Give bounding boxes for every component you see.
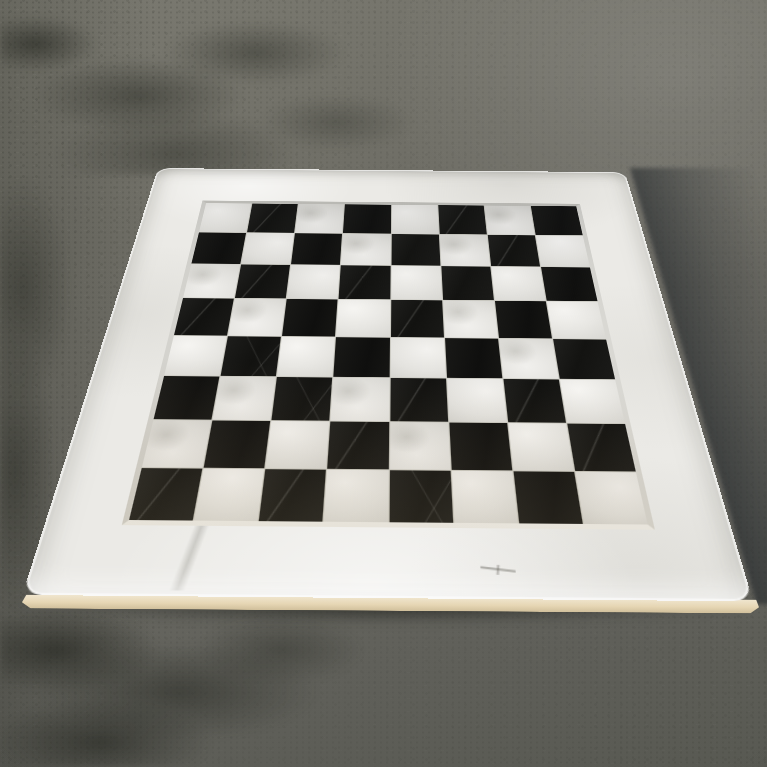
scene xyxy=(0,0,767,767)
square-g5[interactable] xyxy=(495,301,552,338)
square-f6[interactable] xyxy=(441,266,494,300)
square-a1[interactable] xyxy=(129,468,202,521)
square-h3[interactable] xyxy=(560,379,625,423)
inner-bevel xyxy=(122,201,655,530)
square-e7[interactable] xyxy=(391,234,440,266)
square-f5[interactable] xyxy=(443,301,498,338)
square-a5[interactable] xyxy=(174,298,234,335)
square-a3[interactable] xyxy=(154,376,220,420)
square-f8[interactable] xyxy=(438,205,487,234)
square-c7[interactable] xyxy=(291,233,342,265)
square-b5[interactable] xyxy=(228,299,286,336)
square-a2[interactable] xyxy=(142,420,211,468)
square-e4[interactable] xyxy=(390,337,445,377)
square-g6[interactable] xyxy=(491,267,546,301)
square-c8[interactable] xyxy=(295,204,344,233)
square-g2[interactable] xyxy=(508,423,574,471)
square-c6[interactable] xyxy=(287,265,340,299)
square-g3[interactable] xyxy=(503,379,566,423)
square-h7[interactable] xyxy=(536,235,590,267)
square-d8[interactable] xyxy=(343,204,390,233)
square-e2[interactable] xyxy=(389,422,450,470)
square-a8[interactable] xyxy=(199,203,252,232)
square-f2[interactable] xyxy=(449,422,512,470)
square-h1[interactable] xyxy=(575,472,648,525)
square-c2[interactable] xyxy=(266,421,330,469)
square-e1[interactable] xyxy=(389,470,453,523)
square-e5[interactable] xyxy=(391,300,444,337)
square-e6[interactable] xyxy=(391,266,442,300)
square-g7[interactable] xyxy=(488,235,540,267)
square-a6[interactable] xyxy=(183,264,240,298)
square-h4[interactable] xyxy=(553,339,615,379)
square-e8[interactable] xyxy=(391,205,438,234)
square-h5[interactable] xyxy=(547,302,606,339)
square-f4[interactable] xyxy=(445,338,502,378)
square-g8[interactable] xyxy=(484,206,534,235)
square-b2[interactable] xyxy=(204,420,271,468)
square-d4[interactable] xyxy=(334,337,390,377)
square-b7[interactable] xyxy=(241,233,294,264)
square-a7[interactable] xyxy=(191,233,246,264)
square-c3[interactable] xyxy=(272,377,333,421)
square-a4[interactable] xyxy=(164,335,227,375)
square-f7[interactable] xyxy=(439,235,490,267)
square-e3[interactable] xyxy=(390,378,448,422)
square-c1[interactable] xyxy=(259,469,326,522)
square-g1[interactable] xyxy=(513,471,582,524)
square-d1[interactable] xyxy=(324,470,388,523)
square-d5[interactable] xyxy=(336,300,389,337)
square-f1[interactable] xyxy=(451,471,517,524)
square-c4[interactable] xyxy=(277,336,335,376)
square-d3[interactable] xyxy=(331,377,389,421)
square-h6[interactable] xyxy=(541,267,598,301)
square-d6[interactable] xyxy=(339,266,390,300)
square-b3[interactable] xyxy=(213,376,276,420)
square-h8[interactable] xyxy=(531,206,583,235)
square-d7[interactable] xyxy=(341,234,390,266)
square-g4[interactable] xyxy=(499,338,559,378)
square-h2[interactable] xyxy=(567,423,636,471)
board-grid xyxy=(129,203,648,524)
square-f3[interactable] xyxy=(447,378,507,422)
square-b4[interactable] xyxy=(221,336,281,376)
square-b8[interactable] xyxy=(247,204,298,233)
square-b1[interactable] xyxy=(194,469,264,522)
square-c5[interactable] xyxy=(282,299,338,336)
marble-vein-mark xyxy=(480,561,516,578)
square-d2[interactable] xyxy=(328,421,389,469)
square-b6[interactable] xyxy=(235,265,290,299)
